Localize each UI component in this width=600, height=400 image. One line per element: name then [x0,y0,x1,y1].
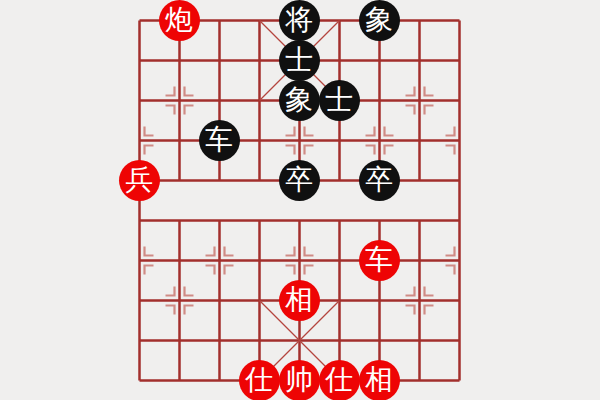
piece-black-advisor[interactable]: 士 [279,40,320,81]
piece-red-cannon[interactable]: 炮 [159,0,200,41]
app-background: 炮将象士象士车兵卒卒车相仕帅仕相 [0,0,600,400]
piece-black-general[interactable]: 将 [279,0,320,41]
piece-black-elephant[interactable]: 象 [359,0,400,41]
piece-red-elephant[interactable]: 相 [279,280,320,321]
piece-red-advisor[interactable]: 仕 [319,360,360,400]
xiangqi-board: 炮将象士象士车兵卒卒车相仕帅仕相 [137,18,462,383]
piece-red-advisor[interactable]: 仕 [239,360,280,400]
piece-black-elephant[interactable]: 象 [279,80,320,121]
piece-black-soldier[interactable]: 卒 [359,160,400,201]
pieces-layer: 炮将象士象士车兵卒卒车相仕帅仕相 [137,18,462,383]
piece-black-advisor[interactable]: 士 [319,80,360,121]
piece-red-chariot[interactable]: 车 [359,240,400,281]
piece-black-soldier[interactable]: 卒 [279,160,320,201]
piece-red-general[interactable]: 帅 [279,360,320,400]
piece-black-chariot[interactable]: 车 [199,120,240,161]
piece-red-elephant[interactable]: 相 [359,360,400,400]
piece-red-soldier[interactable]: 兵 [119,160,160,201]
